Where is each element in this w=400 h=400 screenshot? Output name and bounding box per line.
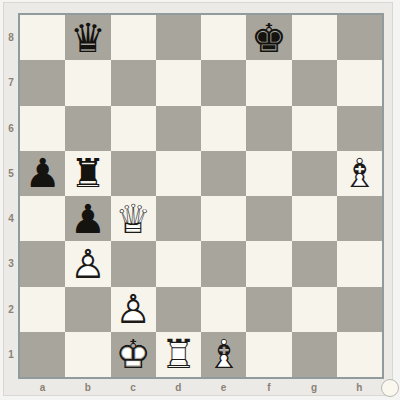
file-label-e: e	[201, 379, 246, 396]
square-c7[interactable]	[111, 60, 156, 105]
square-g1[interactable]	[292, 332, 337, 377]
square-h8[interactable]	[337, 15, 382, 60]
piece-white-rook[interactable]: ♜♖	[156, 332, 201, 377]
square-h7[interactable]	[337, 60, 382, 105]
square-a4[interactable]	[20, 196, 65, 241]
piece-white-bishop[interactable]: ♝♗	[201, 332, 246, 377]
piece-black-queen[interactable]: ♛	[65, 15, 110, 60]
black-piece-glyph: ♛	[65, 15, 110, 60]
piece-white-queen[interactable]: ♛♕	[111, 196, 156, 241]
file-label-f: f	[246, 379, 291, 396]
file-label-c: c	[111, 379, 156, 396]
piece-black-pawn[interactable]: ♟	[65, 196, 110, 241]
square-b7[interactable]	[65, 60, 110, 105]
file-label-h: h	[337, 379, 382, 396]
square-d6[interactable]	[156, 106, 201, 151]
black-piece-glyph: ♟	[20, 151, 65, 196]
square-g5[interactable]	[292, 151, 337, 196]
square-h3[interactable]	[337, 241, 382, 286]
square-f5[interactable]	[246, 151, 291, 196]
square-c2[interactable]: ♟♙	[111, 287, 156, 332]
square-d3[interactable]	[156, 241, 201, 286]
square-b3[interactable]: ♟♙	[65, 241, 110, 286]
square-b6[interactable]	[65, 106, 110, 151]
square-c1[interactable]: ♚♔	[111, 332, 156, 377]
board-resize-handle[interactable]	[381, 379, 399, 397]
square-e7[interactable]	[201, 60, 246, 105]
file-labels: abcdefgh	[20, 379, 382, 396]
white-piece-outline-glyph: ♙	[65, 241, 110, 286]
rank-label-5: 5	[4, 151, 18, 196]
square-d5[interactable]	[156, 151, 201, 196]
file-label-g: g	[292, 379, 337, 396]
black-piece-glyph: ♚	[246, 15, 291, 60]
square-h2[interactable]	[337, 287, 382, 332]
piece-black-king[interactable]: ♚	[246, 15, 291, 60]
file-label-a: a	[20, 379, 65, 396]
board-panel: 87654321 ♛♚♟♜♝♗♟♛♕♟♙♟♙♚♔♜♖♝♗ abcdefgh	[3, 2, 393, 396]
square-a8[interactable]	[20, 15, 65, 60]
piece-white-king[interactable]: ♚♔	[111, 332, 156, 377]
square-b2[interactable]	[65, 287, 110, 332]
rank-label-2: 2	[4, 287, 18, 332]
square-d2[interactable]	[156, 287, 201, 332]
white-piece-outline-glyph: ♙	[111, 287, 156, 332]
file-label-b: b	[65, 379, 110, 396]
square-c6[interactable]	[111, 106, 156, 151]
square-b5[interactable]: ♜	[65, 151, 110, 196]
rank-label-7: 7	[4, 60, 18, 105]
chess-board: ♛♚♟♜♝♗♟♛♕♟♙♟♙♚♔♜♖♝♗	[18, 13, 384, 379]
square-e8[interactable]	[201, 15, 246, 60]
square-g3[interactable]	[292, 241, 337, 286]
square-b4[interactable]: ♟	[65, 196, 110, 241]
piece-black-pawn[interactable]: ♟	[20, 151, 65, 196]
square-d7[interactable]	[156, 60, 201, 105]
square-g4[interactable]	[292, 196, 337, 241]
white-piece-outline-glyph: ♗	[201, 332, 246, 377]
square-e6[interactable]	[201, 106, 246, 151]
white-piece-outline-glyph: ♔	[111, 332, 156, 377]
square-b8[interactable]: ♛	[65, 15, 110, 60]
square-f1[interactable]	[246, 332, 291, 377]
square-a2[interactable]	[20, 287, 65, 332]
piece-black-rook[interactable]: ♜	[65, 151, 110, 196]
white-piece-outline-glyph: ♕	[111, 196, 156, 241]
piece-white-bishop[interactable]: ♝♗	[337, 151, 382, 196]
square-c8[interactable]	[111, 15, 156, 60]
square-f7[interactable]	[246, 60, 291, 105]
square-g8[interactable]	[292, 15, 337, 60]
square-e3[interactable]	[201, 241, 246, 286]
board-grid: ♛♚♟♜♝♗♟♛♕♟♙♟♙♚♔♜♖♝♗	[20, 15, 382, 377]
square-h6[interactable]	[337, 106, 382, 151]
square-f6[interactable]	[246, 106, 291, 151]
square-h4[interactable]	[337, 196, 382, 241]
square-g7[interactable]	[292, 60, 337, 105]
rank-labels: 87654321	[4, 15, 18, 377]
piece-white-pawn[interactable]: ♟♙	[65, 241, 110, 286]
square-c4[interactable]: ♛♕	[111, 196, 156, 241]
square-g2[interactable]	[292, 287, 337, 332]
square-d8[interactable]	[156, 15, 201, 60]
file-label-d: d	[156, 379, 201, 396]
square-d4[interactable]	[156, 196, 201, 241]
square-a6[interactable]	[20, 106, 65, 151]
rank-label-4: 4	[4, 196, 18, 241]
square-e1[interactable]: ♝♗	[201, 332, 246, 377]
square-a7[interactable]	[20, 60, 65, 105]
square-c5[interactable]	[111, 151, 156, 196]
white-piece-outline-glyph: ♗	[337, 151, 382, 196]
black-piece-glyph: ♟	[65, 196, 110, 241]
square-f8[interactable]: ♚	[246, 15, 291, 60]
square-f4[interactable]	[246, 196, 291, 241]
square-e4[interactable]	[201, 196, 246, 241]
square-a5[interactable]: ♟	[20, 151, 65, 196]
black-piece-glyph: ♜	[65, 151, 110, 196]
square-e2[interactable]	[201, 287, 246, 332]
rank-label-1: 1	[4, 332, 18, 377]
square-b1[interactable]	[65, 332, 110, 377]
square-g6[interactable]	[292, 106, 337, 151]
square-f2[interactable]	[246, 287, 291, 332]
square-e5[interactable]	[201, 151, 246, 196]
square-h1[interactable]	[337, 332, 382, 377]
square-c3[interactable]	[111, 241, 156, 286]
square-a3[interactable]	[20, 241, 65, 286]
white-piece-outline-glyph: ♖	[156, 332, 201, 377]
square-f3[interactable]	[246, 241, 291, 286]
square-d1[interactable]: ♜♖	[156, 332, 201, 377]
rank-label-6: 6	[4, 106, 18, 151]
square-a1[interactable]	[20, 332, 65, 377]
square-h5[interactable]: ♝♗	[337, 151, 382, 196]
rank-label-8: 8	[4, 15, 18, 60]
piece-white-pawn[interactable]: ♟♙	[111, 287, 156, 332]
rank-label-3: 3	[4, 241, 18, 286]
